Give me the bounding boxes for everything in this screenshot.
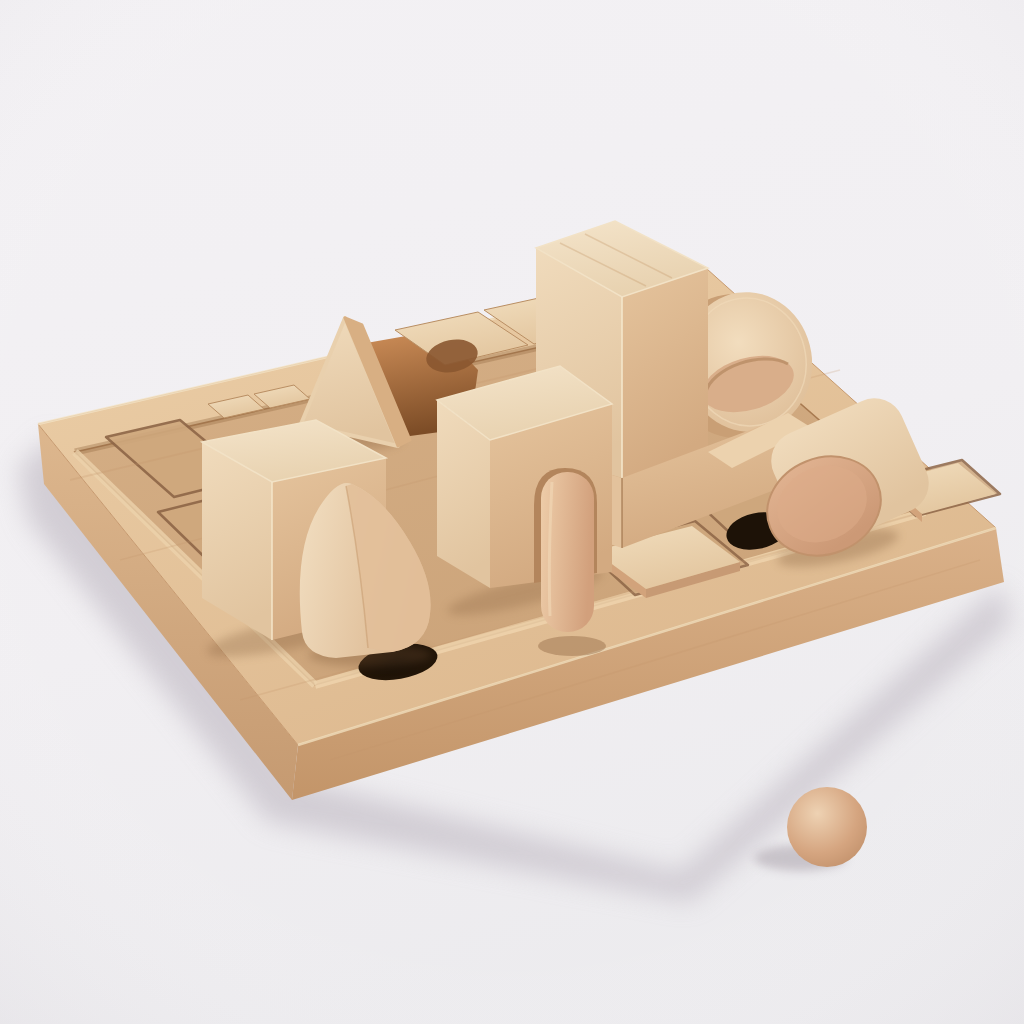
scene: [0, 0, 1024, 1024]
plug-shadow: [538, 636, 606, 656]
ball-body[interactable]: [787, 787, 867, 867]
puzzle-photo: [0, 0, 1024, 1024]
tower-front-right-face[interactable]: [622, 268, 708, 478]
